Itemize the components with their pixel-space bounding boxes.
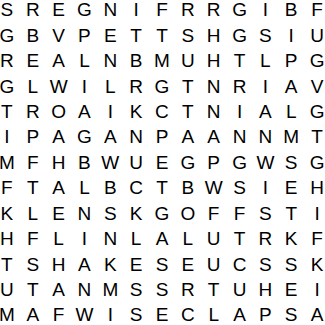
grid-cell-r12c5[interactable]: M [97,277,123,302]
grid-cell-r8c10[interactable]: S [227,175,253,200]
grid-cell-r11c12[interactable]: S [278,251,304,276]
grid-cell-r11c2[interactable]: S [20,251,46,276]
grid-cell-r4c5[interactable]: L [97,73,123,98]
grid-cell-r11c5[interactable]: K [97,251,123,276]
grid-cell-r6c1[interactable]: I [0,124,20,149]
grid-cell-r2c9[interactable]: H [201,22,227,47]
grid-cell-r12c10[interactable]: U [227,277,253,302]
grid-cell-r5c13[interactable]: G [304,99,325,124]
grid-cell-r8c9[interactable]: W [201,175,227,200]
grid-cell-r10c9[interactable]: U [201,226,227,251]
grid-cell-r6c10[interactable]: N [227,124,253,149]
grid-cell-r6c12[interactable]: M [278,124,304,149]
grid-cell-r13c8[interactable]: C [175,302,201,325]
grid-cell-r11c13[interactable]: K [304,251,325,276]
grid-cell-r7c9[interactable]: P [201,150,227,175]
grid-cell-r7c3[interactable]: H [46,150,72,175]
grid-cell-r3c7[interactable]: M [149,48,175,73]
grid-cell-r9c9[interactable]: F [201,201,227,226]
grid-cell-r4c2[interactable]: L [20,73,46,98]
grid-cell-r2c10[interactable]: G [227,22,253,47]
grid-cell-r13c9[interactable]: L [201,302,227,325]
grid-cell-r11c6[interactable]: E [123,251,149,276]
grid-cell-r9c8[interactable]: O [175,201,201,226]
grid-cell-r1c9[interactable]: R [201,0,227,22]
grid-cell-r12c7[interactable]: S [149,277,175,302]
grid-cell-r6c11[interactable]: N [252,124,278,149]
grid-cell-r3c12[interactable]: P [278,48,304,73]
grid-cell-r8c12[interactable]: E [278,175,304,200]
grid-cell-r5c11[interactable]: A [252,99,278,124]
grid-cell-r10c11[interactable]: R [252,226,278,251]
grid-cell-r12c4[interactable]: N [72,277,98,302]
grid-cell-r4c11[interactable]: I [252,73,278,98]
grid-cell-r2c7[interactable]: T [149,22,175,47]
grid-cell-r5c12[interactable]: L [278,99,304,124]
grid-cell-r7c4[interactable]: B [72,150,98,175]
grid-cell-r7c10[interactable]: G [227,150,253,175]
grid-cell-r13c5[interactable]: I [97,302,123,325]
grid-cell-r13c4[interactable]: W [72,302,98,325]
grid-cell-r11c8[interactable]: E [175,251,201,276]
grid-cell-r4c7[interactable]: G [149,73,175,98]
grid-cell-r5c2[interactable]: R [20,99,46,124]
grid-cell-r9c1[interactable]: K [0,201,20,226]
grid-cell-r1c7[interactable]: F [149,0,175,22]
grid-cell-r8c7[interactable]: T [149,175,175,200]
grid-cell-r9c3[interactable]: E [46,201,72,226]
grid-cell-r2c13[interactable]: U [304,22,325,47]
grid-cell-r7c8[interactable]: G [175,150,201,175]
grid-cell-r13c10[interactable]: A [227,302,253,325]
grid-cell-r10c13[interactable]: F [304,226,325,251]
grid-cell-r6c9[interactable]: A [201,124,227,149]
grid-cell-r13c2[interactable]: A [20,302,46,325]
grid-cell-r10c6[interactable]: L [123,226,149,251]
grid-cell-r3c6[interactable]: B [123,48,149,73]
grid-cell-r1c5[interactable]: N [97,0,123,22]
grid-cell-r3c13[interactable]: G [304,48,325,73]
grid-cell-r10c4[interactable]: I [72,226,98,251]
grid-cell-r7c12[interactable]: S [278,150,304,175]
grid-cell-r5c7[interactable]: C [149,99,175,124]
grid-cell-r5c5[interactable]: I [97,99,123,124]
grid-cell-r11c7[interactable]: S [149,251,175,276]
grid-cell-r13c3[interactable]: F [46,302,72,325]
grid-cell-r12c8[interactable]: R [175,277,201,302]
grid-cell-r13c6[interactable]: S [123,302,149,325]
grid-cell-r8c13[interactable]: H [304,175,325,200]
grid-cell-r9c12[interactable]: T [278,201,304,226]
grid-cell-r6c4[interactable]: G [72,124,98,149]
grid-cell-r1c3[interactable]: E [46,0,72,22]
grid-cell-r5c6[interactable]: K [123,99,149,124]
grid-cell-r7c7[interactable]: E [149,150,175,175]
grid-cell-r9c10[interactable]: F [227,201,253,226]
grid-cell-r7c11[interactable]: W [252,150,278,175]
grid-cell-r10c12[interactable]: K [278,226,304,251]
grid-cell-r11c11[interactable]: S [252,251,278,276]
grid-cell-r9c7[interactable]: G [149,201,175,226]
grid-cell-r3c8[interactable]: U [175,48,201,73]
grid-cell-r3c1[interactable]: R [0,48,20,73]
grid-cell-r3c2[interactable]: E [20,48,46,73]
grid-cell-r1c11[interactable]: I [252,0,278,22]
grid-cell-r6c3[interactable]: A [46,124,72,149]
grid-cell-r6c7[interactable]: P [149,124,175,149]
grid-cell-r5c9[interactable]: N [201,99,227,124]
grid-cell-r13c12[interactable]: S [278,302,304,325]
grid-cell-r10c10[interactable]: T [227,226,253,251]
grid-cell-r8c1[interactable]: F [0,175,20,200]
grid-cell-r1c4[interactable]: G [72,0,98,22]
grid-cell-r2c12[interactable]: I [278,22,304,47]
grid-cell-r10c3[interactable]: L [46,226,72,251]
grid-cell-r6c13[interactable]: T [304,124,325,149]
grid-cell-r6c5[interactable]: A [97,124,123,149]
grid-cell-r4c10[interactable]: R [227,73,253,98]
grid-cell-r9c6[interactable]: K [123,201,149,226]
grid-cell-r8c2[interactable]: T [20,175,46,200]
grid-cell-r7c6[interactable]: U [123,150,149,175]
grid-cell-r13c7[interactable]: E [149,302,175,325]
grid-cell-r11c9[interactable]: U [201,251,227,276]
grid-cell-r8c5[interactable]: B [97,175,123,200]
grid-cell-r2c1[interactable]: G [0,22,20,47]
grid-cell-r7c13[interactable]: G [304,150,325,175]
grid-cell-r4c12[interactable]: A [278,73,304,98]
grid-cell-r1c13[interactable]: F [304,0,325,22]
grid-cell-r7c2[interactable]: F [20,150,46,175]
grid-cell-r13c13[interactable]: A [304,302,325,325]
grid-cell-r2c8[interactable]: S [175,22,201,47]
grid-cell-r8c6[interactable]: C [123,175,149,200]
grid-cell-r12c9[interactable]: T [201,277,227,302]
grid-cell-r3c9[interactable]: H [201,48,227,73]
grid-cell-r6c6[interactable]: N [123,124,149,149]
grid-cell-r7c5[interactable]: W [97,150,123,175]
grid-cell-r1c10[interactable]: G [227,0,253,22]
grid-cell-r2c4[interactable]: P [72,22,98,47]
grid-cell-r3c10[interactable]: T [227,48,253,73]
grid-cell-r11c1[interactable]: T [0,251,20,276]
grid-cell-r5c4[interactable]: A [72,99,98,124]
grid-cell-r7c1[interactable]: M [0,150,20,175]
grid-cell-r12c1[interactable]: U [0,277,20,302]
grid-cell-r2c2[interactable]: B [20,22,46,47]
grid-cell-r3c3[interactable]: A [46,48,72,73]
grid-cell-r1c8[interactable]: R [175,0,201,22]
grid-cell-r12c3[interactable]: A [46,277,72,302]
grid-cell-r1c12[interactable]: B [278,0,304,22]
grid-cell-r5c3[interactable]: O [46,99,72,124]
grid-cell-r3c5[interactable]: N [97,48,123,73]
grid-cell-r4c6[interactable]: R [123,73,149,98]
grid-cell-r12c6[interactable]: S [123,277,149,302]
grid-cell-r9c11[interactable]: S [252,201,278,226]
grid-cell-r13c1[interactable]: M [0,302,20,325]
grid-cell-r8c8[interactable]: B [175,175,201,200]
grid-cell-r2c3[interactable]: V [46,22,72,47]
grid-cell-r9c5[interactable]: S [97,201,123,226]
grid-cell-r5c1[interactable]: T [0,99,20,124]
grid-cell-r2c11[interactable]: S [252,22,278,47]
grid-cell-r11c4[interactable]: A [72,251,98,276]
grid-cell-r3c4[interactable]: L [72,48,98,73]
grid-cell-r9c4[interactable]: N [72,201,98,226]
grid-cell-r10c5[interactable]: N [97,226,123,251]
grid-cell-r10c1[interactable]: H [0,226,20,251]
grid-cell-r13c11[interactable]: P [252,302,278,325]
grid-cell-r3c11[interactable]: L [252,48,278,73]
grid-cell-r12c11[interactable]: H [252,277,278,302]
grid-cell-r6c2[interactable]: P [20,124,46,149]
grid-cell-r8c11[interactable]: I [252,175,278,200]
grid-cell-r12c13[interactable]: I [304,277,325,302]
grid-cell-r6c8[interactable]: A [175,124,201,149]
grid-cell-r10c8[interactable]: L [175,226,201,251]
grid-cell-r4c1[interactable]: G [0,73,20,98]
grid-cell-r8c3[interactable]: A [46,175,72,200]
grid-cell-r11c10[interactable]: C [227,251,253,276]
grid-cell-r1c2[interactable]: R [20,0,46,22]
grid-cell-r4c13[interactable]: V [304,73,325,98]
grid-cell-r12c12[interactable]: E [278,277,304,302]
grid-cell-r9c2[interactable]: L [20,201,46,226]
grid-cell-r9c13[interactable]: I [304,201,325,226]
grid-cell-r5c10[interactable]: I [227,99,253,124]
grid-cell-r4c8[interactable]: T [175,73,201,98]
grid-cell-r12c2[interactable]: T [20,277,46,302]
grid-cell-r8c4[interactable]: L [72,175,98,200]
grid-cell-r1c6[interactable]: I [123,0,149,22]
grid-cell-r4c3[interactable]: W [46,73,72,98]
grid-cell-r11c3[interactable]: H [46,251,72,276]
grid-cell-r10c2[interactable]: F [20,226,46,251]
grid-cell-r2c5[interactable]: E [97,22,123,47]
grid-cell-r2c6[interactable]: T [123,22,149,47]
grid-cell-r4c9[interactable]: N [201,73,227,98]
grid-cell-r4c4[interactable]: I [72,73,98,98]
grid-cell-r1c1[interactable]: S [0,0,20,22]
word-search-grid: SREGNIFRRGIBFGBVPETTSHGSIUREALNBMUHTLPGG… [0,0,325,325]
grid-cell-r5c8[interactable]: T [175,99,201,124]
grid-cell-r10c7[interactable]: A [149,226,175,251]
